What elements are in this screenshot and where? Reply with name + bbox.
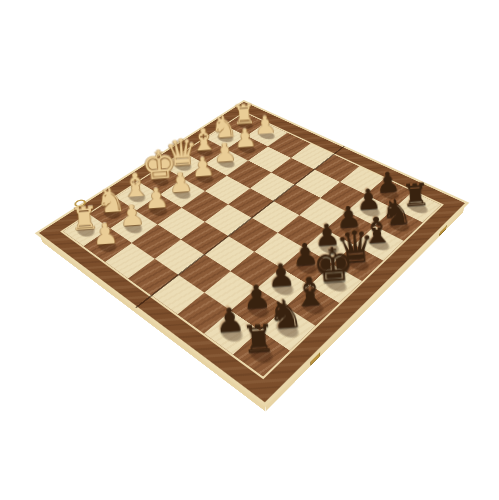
brass-clasp [439, 222, 447, 237]
brass-clasp [311, 348, 321, 365]
product-photo-canvas: ♜♟♟♜♞♟♟♞♝♟♟♝♛♟♟♛♚♟♟♚♝♟♟♝♞♟♟♞♜♟♟♜ [0, 0, 499, 500]
board-scene: ♜♟♟♜♞♟♟♞♝♟♟♝♛♟♟♛♚♟♟♚♝♟♟♝♞♟♟♞♜♟♟♜ [88, 54, 417, 383]
board-grid: ♜♟♟♜♞♟♟♞♝♟♟♝♛♟♟♛♚♟♟♚♝♟♟♝♞♟♟♞♜♟♟♜ [60, 111, 444, 379]
chessboard: ♜♟♟♜♞♟♟♞♝♟♟♝♛♟♟♛♚♟♟♚♝♟♟♝♞♟♟♞♜♟♟♜ [35, 100, 470, 407]
square-h8[interactable]: ♜ [233, 330, 290, 377]
